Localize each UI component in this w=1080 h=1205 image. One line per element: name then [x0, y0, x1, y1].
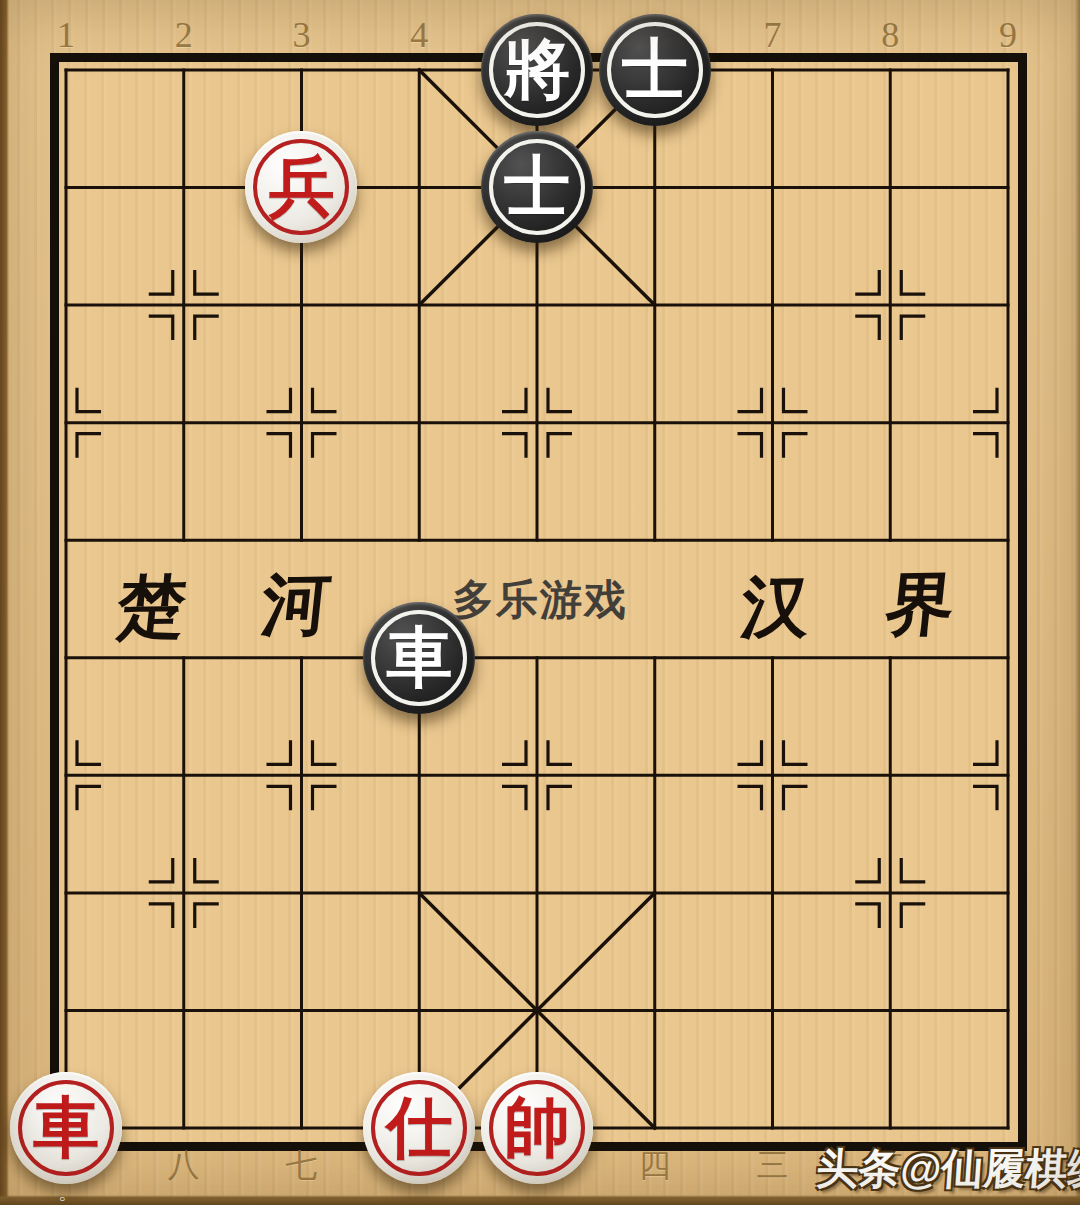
piece-glyph: 士: [504, 154, 570, 220]
piece-black-advisor-2[interactable]: 士: [481, 131, 593, 243]
piece-glyph: 帥: [504, 1095, 570, 1161]
piece-black-advisor-1[interactable]: 士: [599, 14, 711, 126]
piece-red-soldier[interactable]: 兵: [245, 131, 357, 243]
piece-red-general[interactable]: 帥: [481, 1072, 593, 1184]
xiangqi-board-screenshot: 123456789 九八七六五四三二一 楚河 汉界 多乐游戏 將士士兵車車仕帥 …: [0, 0, 1080, 1205]
piece-red-chariot[interactable]: 車: [10, 1072, 122, 1184]
corner-dot-mark: 。: [58, 1179, 78, 1205]
piece-black-chariot[interactable]: 車: [363, 602, 475, 714]
piece-glyph: 仕: [386, 1095, 452, 1161]
piece-glyph: 車: [386, 625, 452, 691]
piece-red-advisor[interactable]: 仕: [363, 1072, 475, 1184]
piece-glyph: 士: [622, 37, 688, 103]
piece-layer: 將士士兵車車仕帥: [7, 11, 1067, 1187]
piece-glyph: 車: [33, 1095, 99, 1161]
piece-black-general[interactable]: 將: [481, 14, 593, 126]
piece-glyph: 兵: [268, 154, 334, 220]
piece-glyph: 將: [504, 37, 570, 103]
toutiao-watermark: 头条@仙履棋缘: [815, 1141, 1080, 1197]
